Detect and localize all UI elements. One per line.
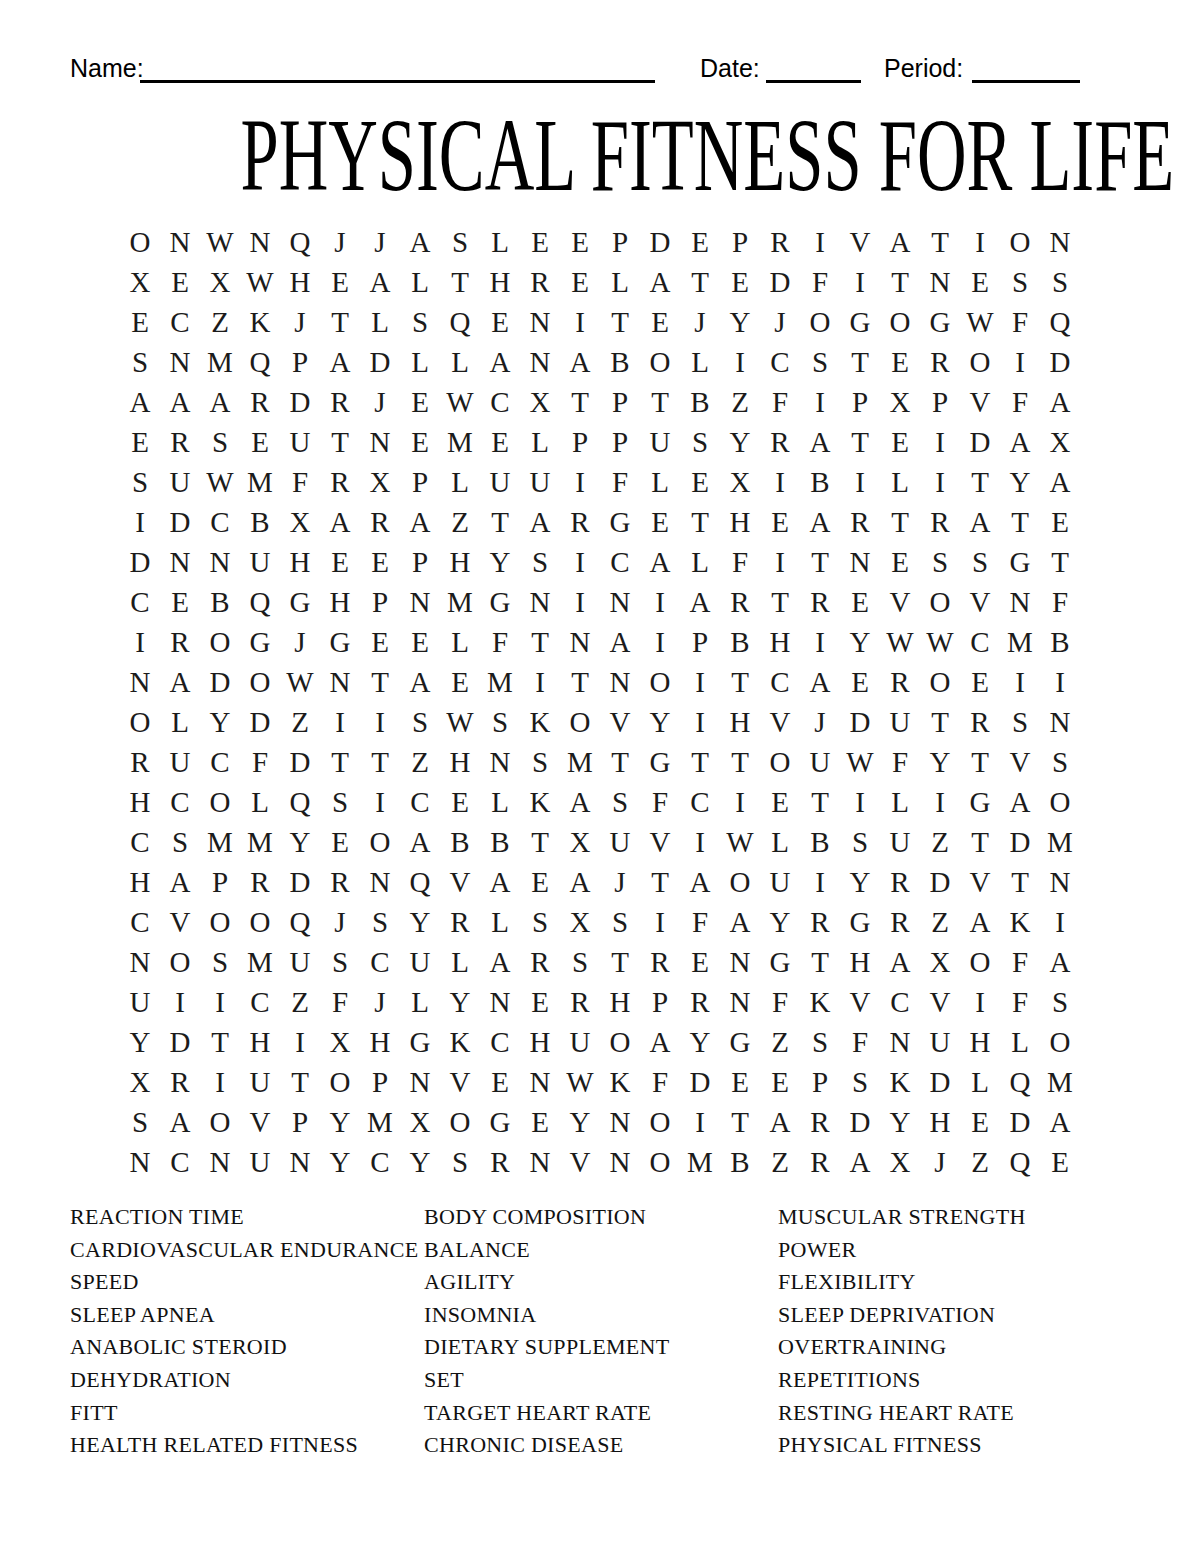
grid-cell-r9c13: C xyxy=(600,542,640,582)
grid-cell-r24c18: R xyxy=(800,1142,840,1182)
grid-cell-r10c18: R xyxy=(800,582,840,622)
grid-cell-r23c22: E xyxy=(960,1102,1000,1142)
grid-cell-r7c12: I xyxy=(560,462,600,502)
grid-cell-r24c3: N xyxy=(200,1142,240,1182)
grid-cell-r15c1: H xyxy=(120,782,160,822)
word-list-col-1: REACTION TIMECARDIOVASCULAR ENDURANCESPE… xyxy=(70,1201,418,1462)
grid-cell-r1c2: N xyxy=(160,222,200,262)
grid-cell-r20c11: E xyxy=(520,982,560,1022)
grid-cell-r22c8: N xyxy=(400,1062,440,1102)
grid-cell-r5c12: T xyxy=(560,382,600,422)
grid-cell-r20c12: R xyxy=(560,982,600,1022)
grid-cell-r1c21: T xyxy=(920,222,960,262)
word-item: HEALTH RELATED FITNESS xyxy=(70,1429,418,1462)
grid-cell-r1c6: J xyxy=(320,222,360,262)
grid-cell-r18c7: S xyxy=(360,902,400,942)
grid-cell-r11c10: F xyxy=(480,622,520,662)
word-item: TARGET HEART RATE xyxy=(424,1397,669,1430)
grid-cell-r3c10: E xyxy=(480,302,520,342)
grid-cell-r4c12: A xyxy=(560,342,600,382)
grid-cell-r6c12: P xyxy=(560,422,600,462)
grid-cell-r22c6: O xyxy=(320,1062,360,1102)
grid-cell-r21c22: H xyxy=(960,1022,1000,1062)
grid-cell-r7c19: I xyxy=(840,462,880,502)
grid-cell-r9c2: N xyxy=(160,542,200,582)
grid-cell-r8c5: X xyxy=(280,502,320,542)
grid-cell-r3c22: W xyxy=(960,302,1000,342)
grid-cell-r21c16: G xyxy=(720,1022,760,1062)
grid-cell-r15c3: O xyxy=(200,782,240,822)
grid-cell-r8c10: T xyxy=(480,502,520,542)
grid-cell-r15c15: C xyxy=(680,782,720,822)
grid-cell-r6c21: I xyxy=(920,422,960,462)
grid-cell-r11c19: Y xyxy=(840,622,880,662)
grid-cell-r21c5: I xyxy=(280,1022,320,1062)
grid-cell-r8c11: A xyxy=(520,502,560,542)
grid-cell-r18c10: L xyxy=(480,902,520,942)
grid-cell-r19c5: U xyxy=(280,942,320,982)
grid-cell-r17c13: J xyxy=(600,862,640,902)
grid-cell-r20c23: F xyxy=(1000,982,1040,1022)
grid-cell-r21c23: L xyxy=(1000,1022,1040,1062)
grid-cell-r6c18: A xyxy=(800,422,840,462)
grid-cell-r2c16: E xyxy=(720,262,760,302)
grid-cell-r19c12: S xyxy=(560,942,600,982)
grid-cell-r9c10: Y xyxy=(480,542,520,582)
grid-cell-r20c20: C xyxy=(880,982,920,1022)
grid-cell-r5c18: I xyxy=(800,382,840,422)
grid-cell-r16c16: W xyxy=(720,822,760,862)
grid-cell-r19c24: A xyxy=(1040,942,1080,982)
grid-cell-r15c6: S xyxy=(320,782,360,822)
grid-cell-r6c20: E xyxy=(880,422,920,462)
grid-cell-r5c16: Z xyxy=(720,382,760,422)
grid-cell-r14c21: Y xyxy=(920,742,960,782)
grid-cell-r22c20: K xyxy=(880,1062,920,1102)
grid-cell-r19c16: N xyxy=(720,942,760,982)
grid-cell-r9c8: P xyxy=(400,542,440,582)
grid-cell-r1c10: L xyxy=(480,222,520,262)
grid-cell-r21c1: Y xyxy=(120,1022,160,1062)
grid-cell-r6c14: U xyxy=(640,422,680,462)
grid-cell-r16c4: M xyxy=(240,822,280,862)
grid-cell-r12c7: T xyxy=(360,662,400,702)
grid-cell-r24c19: A xyxy=(840,1142,880,1182)
grid-cell-r5c13: P xyxy=(600,382,640,422)
grid-cell-r1c16: P xyxy=(720,222,760,262)
grid-cell-r13c17: V xyxy=(760,702,800,742)
grid-cell-r20c3: I xyxy=(200,982,240,1022)
grid-cell-r11c1: I xyxy=(120,622,160,662)
grid-cell-r4c10: A xyxy=(480,342,520,382)
grid-cell-r15c19: I xyxy=(840,782,880,822)
grid-cell-r9c19: N xyxy=(840,542,880,582)
grid-cell-r11c16: B xyxy=(720,622,760,662)
grid-cell-r17c2: A xyxy=(160,862,200,902)
grid-cell-r10c9: M xyxy=(440,582,480,622)
grid-cell-r12c19: E xyxy=(840,662,880,702)
grid-cell-r16c11: T xyxy=(520,822,560,862)
grid-cell-r7c1: S xyxy=(120,462,160,502)
grid-cell-r17c11: E xyxy=(520,862,560,902)
grid-cell-r8c13: G xyxy=(600,502,640,542)
grid-cell-r18c24: I xyxy=(1040,902,1080,942)
word-item: SLEEP DEPRIVATION xyxy=(778,1299,1026,1332)
grid-cell-r13c4: D xyxy=(240,702,280,742)
grid-cell-r19c6: S xyxy=(320,942,360,982)
grid-cell-r18c13: S xyxy=(600,902,640,942)
grid-cell-r17c17: U xyxy=(760,862,800,902)
grid-cell-r6c13: P xyxy=(600,422,640,462)
grid-cell-r16c5: Y xyxy=(280,822,320,862)
grid-cell-r5c5: D xyxy=(280,382,320,422)
grid-cell-r15c2: C xyxy=(160,782,200,822)
grid-cell-r7c8: P xyxy=(400,462,440,502)
grid-cell-r6c10: E xyxy=(480,422,520,462)
grid-cell-r23c7: M xyxy=(360,1102,400,1142)
grid-cell-r20c10: N xyxy=(480,982,520,1022)
grid-cell-r18c9: R xyxy=(440,902,480,942)
grid-cell-r14c10: N xyxy=(480,742,520,782)
grid-cell-r2c8: L xyxy=(400,262,440,302)
word-grid: ONWNQJJASLEEPDEPRIVATIONXEXWHEALTHRELATE… xyxy=(120,222,1080,1182)
grid-cell-r13c11: K xyxy=(520,702,560,742)
grid-cell-r8c24: E xyxy=(1040,502,1080,542)
grid-cell-r14c1: R xyxy=(120,742,160,782)
grid-cell-r18c1: C xyxy=(120,902,160,942)
grid-cell-r10c4: Q xyxy=(240,582,280,622)
grid-cell-r18c8: Y xyxy=(400,902,440,942)
grid-cell-r14c11: S xyxy=(520,742,560,782)
grid-cell-r14c19: W xyxy=(840,742,880,782)
grid-cell-r1c5: Q xyxy=(280,222,320,262)
grid-cell-r12c1: N xyxy=(120,662,160,702)
grid-cell-r16c24: M xyxy=(1040,822,1080,862)
word-item: BODY COMPOSITION xyxy=(424,1201,669,1234)
grid-cell-r22c9: V xyxy=(440,1062,480,1102)
grid-cell-r24c11: N xyxy=(520,1142,560,1182)
grid-cell-r5c23: F xyxy=(1000,382,1040,422)
grid-cell-r22c1: X xyxy=(120,1062,160,1102)
grid-cell-r15c8: C xyxy=(400,782,440,822)
grid-cell-r22c18: P xyxy=(800,1062,840,1102)
grid-cell-r23c9: O xyxy=(440,1102,480,1142)
grid-cell-r20c16: N xyxy=(720,982,760,1022)
grid-cell-r8c4: B xyxy=(240,502,280,542)
grid-cell-r21c17: Z xyxy=(760,1022,800,1062)
grid-cell-r2c23: S xyxy=(1000,262,1040,302)
grid-cell-r10c10: G xyxy=(480,582,520,622)
grid-cell-r23c10: G xyxy=(480,1102,520,1142)
grid-cell-r21c21: U xyxy=(920,1022,960,1062)
grid-cell-r13c21: T xyxy=(920,702,960,742)
grid-cell-r16c9: B xyxy=(440,822,480,862)
grid-cell-r22c15: D xyxy=(680,1062,720,1102)
grid-cell-r7c9: L xyxy=(440,462,480,502)
grid-cell-r6c2: R xyxy=(160,422,200,462)
grid-cell-r4c14: O xyxy=(640,342,680,382)
grid-cell-r10c17: T xyxy=(760,582,800,622)
grid-cell-r24c2: C xyxy=(160,1142,200,1182)
grid-cell-r8c2: D xyxy=(160,502,200,542)
grid-cell-r4c22: O xyxy=(960,342,1000,382)
word-item: SLEEP APNEA xyxy=(70,1299,418,1332)
grid-cell-r9c12: I xyxy=(560,542,600,582)
grid-cell-r7c14: L xyxy=(640,462,680,502)
grid-cell-r18c14: I xyxy=(640,902,680,942)
grid-cell-r15c17: E xyxy=(760,782,800,822)
grid-cell-r19c8: U xyxy=(400,942,440,982)
grid-cell-r22c19: S xyxy=(840,1062,880,1102)
grid-cell-r1c11: E xyxy=(520,222,560,262)
grid-cell-r13c9: W xyxy=(440,702,480,742)
grid-cell-r5c15: B xyxy=(680,382,720,422)
grid-cell-r6c3: S xyxy=(200,422,240,462)
grid-cell-r7c20: L xyxy=(880,462,920,502)
grid-cell-r20c4: C xyxy=(240,982,280,1022)
grid-cell-r17c23: T xyxy=(1000,862,1040,902)
grid-cell-r24c12: V xyxy=(560,1142,600,1182)
grid-cell-r6c16: Y xyxy=(720,422,760,462)
word-item: AGILITY xyxy=(424,1266,669,1299)
grid-cell-r4c2: N xyxy=(160,342,200,382)
grid-cell-r14c5: D xyxy=(280,742,320,782)
grid-cell-r5c20: X xyxy=(880,382,920,422)
grid-cell-r11c5: J xyxy=(280,622,320,662)
grid-cell-r3c20: O xyxy=(880,302,920,342)
grid-cell-r20c17: F xyxy=(760,982,800,1022)
grid-cell-r23c3: O xyxy=(200,1102,240,1142)
grid-cell-r8c1: I xyxy=(120,502,160,542)
grid-cell-r13c13: V xyxy=(600,702,640,742)
grid-cell-r4c16: I xyxy=(720,342,760,382)
grid-cell-r14c16: T xyxy=(720,742,760,782)
grid-cell-r7c3: W xyxy=(200,462,240,502)
grid-cell-r5c24: A xyxy=(1040,382,1080,422)
grid-cell-r11c8: E xyxy=(400,622,440,662)
grid-cell-r20c13: H xyxy=(600,982,640,1022)
grid-cell-r3c12: I xyxy=(560,302,600,342)
grid-cell-r11c18: I xyxy=(800,622,840,662)
grid-cell-r21c4: H xyxy=(240,1022,280,1062)
grid-cell-r2c12: E xyxy=(560,262,600,302)
grid-cell-r24c13: N xyxy=(600,1142,640,1182)
grid-cell-r17c9: V xyxy=(440,862,480,902)
word-list-col-2: BODY COMPOSITIONBALANCEAGILITYINSOMNIADI… xyxy=(424,1201,669,1462)
grid-cell-r5c3: A xyxy=(200,382,240,422)
grid-cell-r3c6: T xyxy=(320,302,360,342)
grid-cell-r18c15: F xyxy=(680,902,720,942)
grid-cell-r8c9: Z xyxy=(440,502,480,542)
grid-cell-r8c8: A xyxy=(400,502,440,542)
grid-cell-r8c12: R xyxy=(560,502,600,542)
grid-cell-r10c3: B xyxy=(200,582,240,622)
grid-cell-r2c3: X xyxy=(200,262,240,302)
grid-cell-r24c22: Z xyxy=(960,1142,1000,1182)
grid-cell-r17c14: T xyxy=(640,862,680,902)
grid-cell-r3c4: K xyxy=(240,302,280,342)
grid-cell-r4c15: L xyxy=(680,342,720,382)
grid-cell-r5c19: P xyxy=(840,382,880,422)
grid-cell-r1c18: I xyxy=(800,222,840,262)
grid-cell-r2c22: E xyxy=(960,262,1000,302)
grid-cell-r4c17: C xyxy=(760,342,800,382)
grid-cell-r9c5: H xyxy=(280,542,320,582)
grid-cell-r21c18: S xyxy=(800,1022,840,1062)
grid-cell-r14c14: G xyxy=(640,742,680,782)
grid-cell-r22c3: I xyxy=(200,1062,240,1102)
grid-cell-r9c17: I xyxy=(760,542,800,582)
grid-cell-r12c9: E xyxy=(440,662,480,702)
grid-cell-r12c17: C xyxy=(760,662,800,702)
grid-cell-r1c14: D xyxy=(640,222,680,262)
grid-cell-r6c1: E xyxy=(120,422,160,462)
grid-cell-r8c22: A xyxy=(960,502,1000,542)
grid-cell-r21c12: U xyxy=(560,1022,600,1062)
grid-cell-r12c14: O xyxy=(640,662,680,702)
grid-cell-r8c17: E xyxy=(760,502,800,542)
grid-cell-r10c21: O xyxy=(920,582,960,622)
grid-cell-r11c12: N xyxy=(560,622,600,662)
word-item: DIETARY SUPPLEMENT xyxy=(424,1331,669,1364)
grid-cell-r3c8: S xyxy=(400,302,440,342)
grid-cell-r7c23: Y xyxy=(1000,462,1040,502)
grid-cell-r9c18: T xyxy=(800,542,840,582)
grid-cell-r18c18: R xyxy=(800,902,840,942)
grid-cell-r22c12: W xyxy=(560,1062,600,1102)
grid-cell-r3c11: N xyxy=(520,302,560,342)
grid-cell-r1c15: E xyxy=(680,222,720,262)
grid-cell-r24c4: U xyxy=(240,1142,280,1182)
grid-cell-r14c9: H xyxy=(440,742,480,782)
grid-cell-r21c2: D xyxy=(160,1022,200,1062)
grid-cell-r12c21: O xyxy=(920,662,960,702)
grid-cell-r1c22: I xyxy=(960,222,1000,262)
period-field[interactable] xyxy=(972,80,1080,83)
grid-cell-r15c10: L xyxy=(480,782,520,822)
grid-cell-r14c8: Z xyxy=(400,742,440,782)
grid-cell-r23c19: D xyxy=(840,1102,880,1142)
grid-cell-r21c9: K xyxy=(440,1022,480,1062)
grid-cell-r9c4: U xyxy=(240,542,280,582)
grid-cell-r11c20: W xyxy=(880,622,920,662)
grid-cell-r9c21: S xyxy=(920,542,960,582)
grid-cell-r8c20: T xyxy=(880,502,920,542)
grid-cell-r17c1: H xyxy=(120,862,160,902)
grid-cell-r1c3: W xyxy=(200,222,240,262)
grid-cell-r22c17: E xyxy=(760,1062,800,1102)
grid-cell-r23c5: P xyxy=(280,1102,320,1142)
grid-cell-r23c11: E xyxy=(520,1102,560,1142)
grid-cell-r13c19: D xyxy=(840,702,880,742)
grid-cell-r4c21: R xyxy=(920,342,960,382)
grid-cell-r5c4: R xyxy=(240,382,280,422)
grid-cell-r17c3: P xyxy=(200,862,240,902)
grid-cell-r2c19: I xyxy=(840,262,880,302)
word-item: CHRONIC DISEASE xyxy=(424,1429,669,1462)
grid-cell-r13c6: I xyxy=(320,702,360,742)
grid-cell-r9c24: T xyxy=(1040,542,1080,582)
grid-cell-r6c15: S xyxy=(680,422,720,462)
grid-cell-r16c21: Z xyxy=(920,822,960,862)
grid-cell-r15c9: E xyxy=(440,782,480,822)
grid-cell-r13c8: S xyxy=(400,702,440,742)
grid-cell-r8c3: C xyxy=(200,502,240,542)
grid-cell-r1c19: V xyxy=(840,222,880,262)
grid-cell-r19c22: O xyxy=(960,942,1000,982)
grid-cell-r23c8: X xyxy=(400,1102,440,1142)
grid-cell-r2c13: L xyxy=(600,262,640,302)
grid-cell-r15c20: L xyxy=(880,782,920,822)
grid-cell-r10c6: H xyxy=(320,582,360,622)
grid-cell-r4c7: D xyxy=(360,342,400,382)
grid-cell-r6c4: E xyxy=(240,422,280,462)
grid-cell-r20c24: S xyxy=(1040,982,1080,1022)
grid-cell-r15c14: F xyxy=(640,782,680,822)
grid-cell-r1c17: R xyxy=(760,222,800,262)
grid-cell-r14c24: S xyxy=(1040,742,1080,782)
grid-cell-r17c24: N xyxy=(1040,862,1080,902)
grid-cell-r13c10: S xyxy=(480,702,520,742)
grid-cell-r17c21: D xyxy=(920,862,960,902)
grid-cell-r24c10: R xyxy=(480,1142,520,1182)
grid-cell-r5c8: E xyxy=(400,382,440,422)
grid-cell-r7c24: A xyxy=(1040,462,1080,502)
grid-cell-r7c2: U xyxy=(160,462,200,502)
grid-cell-r24c8: Y xyxy=(400,1142,440,1182)
grid-cell-r3c14: E xyxy=(640,302,680,342)
grid-cell-r5c2: A xyxy=(160,382,200,422)
grid-cell-r11c3: O xyxy=(200,622,240,662)
grid-cell-r20c14: P xyxy=(640,982,680,1022)
grid-cell-r6c9: M xyxy=(440,422,480,462)
grid-cell-r4c23: I xyxy=(1000,342,1040,382)
grid-cell-r16c15: I xyxy=(680,822,720,862)
grid-cell-r22c23: Q xyxy=(1000,1062,1040,1102)
grid-cell-r15c4: L xyxy=(240,782,280,822)
grid-cell-r18c20: R xyxy=(880,902,920,942)
grid-cell-r22c13: K xyxy=(600,1062,640,1102)
grid-cell-r2c4: W xyxy=(240,262,280,302)
grid-cell-r18c19: G xyxy=(840,902,880,942)
word-item: RESTING HEART RATE xyxy=(778,1397,1026,1430)
date-field[interactable] xyxy=(766,80,861,83)
grid-cell-r15c12: A xyxy=(560,782,600,822)
grid-cell-r10c5: G xyxy=(280,582,320,622)
grid-cell-r7c4: M xyxy=(240,462,280,502)
grid-cell-r5c1: A xyxy=(120,382,160,422)
grid-cell-r7c7: X xyxy=(360,462,400,502)
grid-cell-r1c13: P xyxy=(600,222,640,262)
grid-cell-r14c15: T xyxy=(680,742,720,782)
grid-cell-r8c16: H xyxy=(720,502,760,542)
name-field[interactable] xyxy=(140,80,655,83)
grid-cell-r6c7: N xyxy=(360,422,400,462)
grid-cell-r23c6: Y xyxy=(320,1102,360,1142)
grid-cell-r4c13: B xyxy=(600,342,640,382)
grid-cell-r4c18: S xyxy=(800,342,840,382)
puzzle-title: PHYSICAL FITNESS FOR LIFE xyxy=(241,103,1175,207)
grid-cell-r9c15: L xyxy=(680,542,720,582)
grid-cell-r17c6: R xyxy=(320,862,360,902)
grid-cell-r18c11: S xyxy=(520,902,560,942)
grid-cell-r3c21: G xyxy=(920,302,960,342)
grid-cell-r2c17: D xyxy=(760,262,800,302)
grid-cell-r12c13: N xyxy=(600,662,640,702)
grid-cell-r19c1: N xyxy=(120,942,160,982)
grid-cell-r14c23: V xyxy=(1000,742,1040,782)
grid-cell-r8c7: R xyxy=(360,502,400,542)
